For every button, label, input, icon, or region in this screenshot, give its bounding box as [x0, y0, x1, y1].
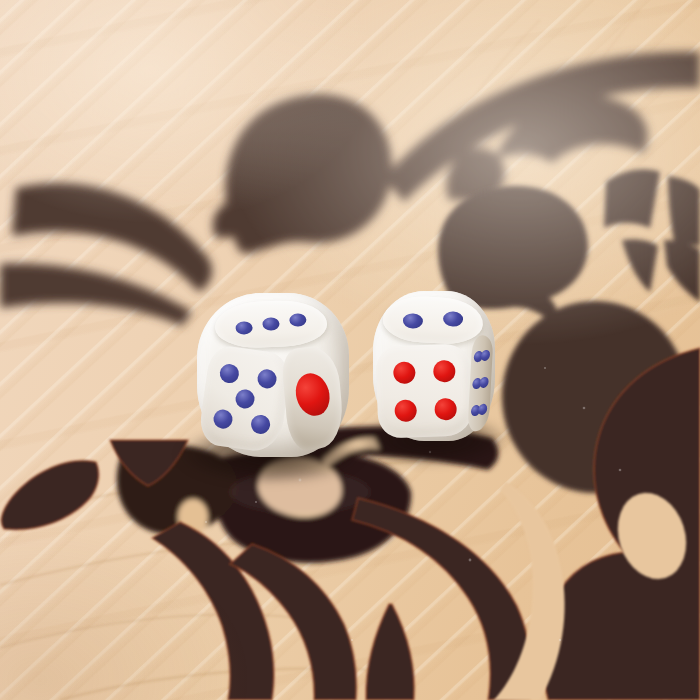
pip	[289, 313, 306, 327]
pip	[443, 311, 464, 327]
pip	[291, 370, 334, 420]
pip	[394, 400, 417, 423]
pip	[234, 388, 255, 409]
pip	[393, 361, 416, 384]
pip	[480, 376, 490, 388]
pip	[434, 398, 457, 421]
ornament-top-blurred	[0, 52, 700, 326]
pip	[212, 408, 233, 429]
board-photo	[0, 0, 700, 700]
die-left[interactable]	[197, 293, 349, 457]
pip	[403, 313, 424, 329]
pip	[236, 321, 253, 335]
ornament-pattern	[0, 0, 700, 700]
die-right-front-face	[375, 343, 474, 438]
pip	[219, 363, 240, 384]
pip	[250, 414, 271, 435]
die-right[interactable]	[373, 291, 495, 441]
pip	[262, 317, 279, 331]
die-right-side-face	[467, 333, 493, 432]
pip	[478, 403, 488, 415]
pip	[481, 349, 491, 361]
pip	[256, 368, 277, 389]
pip	[433, 360, 456, 383]
